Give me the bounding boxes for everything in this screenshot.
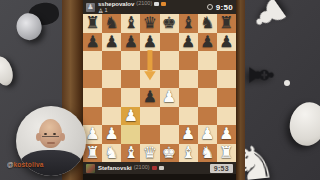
square-a4[interactable] [83, 88, 102, 107]
square-g8[interactable]: ♞ [198, 14, 217, 33]
square-b3[interactable] [102, 107, 121, 126]
square-g5[interactable] [198, 70, 217, 89]
white-pawn: ♟ [200, 126, 214, 142]
presenter-ear [60, 133, 65, 141]
square-c2[interactable] [121, 125, 140, 144]
video-frame: ♟ ♝ ♞ ♟ sshepovalov (2100) ♙ 1 [0, 0, 320, 180]
square-c6[interactable] [121, 51, 140, 70]
square-h1[interactable]: ♜ [217, 144, 236, 163]
square-e1[interactable]: ♚ [160, 144, 179, 163]
square-g2[interactable]: ♟ [198, 125, 217, 144]
square-h2[interactable]: ♟ [217, 125, 236, 144]
top-player-rating: (2100) [136, 1, 152, 7]
square-e2[interactable] [160, 125, 179, 144]
square-a7[interactable]: ♟ [83, 33, 102, 52]
square-d2[interactable] [140, 125, 159, 144]
square-a8[interactable]: ♜ [83, 14, 102, 33]
white-pawn: ♟ [162, 89, 176, 105]
captured-pawn-icon: ♙ [98, 8, 103, 14]
chess-app-column: ♟ sshepovalov (2100) ♙ 1 9:50 ♜♞♝♛♚♝♞♜♟♟… [83, 0, 236, 180]
black-rook: ♜ [85, 15, 99, 31]
square-g1[interactable]: ♞ [198, 144, 217, 163]
black-pawn: ♟ [219, 34, 233, 50]
black-pawn: ♟ [124, 34, 138, 50]
decor-white-piece-left [0, 54, 16, 88]
black-queen: ♛ [143, 15, 157, 31]
square-h8[interactable]: ♜ [217, 14, 236, 33]
square-b7[interactable]: ♟ [102, 33, 121, 52]
black-pawn: ♟ [181, 34, 195, 50]
square-f5[interactable] [179, 70, 198, 89]
badge-icon [159, 166, 164, 170]
top-player-name[interactable]: sshepovalov [98, 1, 134, 7]
white-bishop: ♝ [124, 145, 138, 161]
square-h4[interactable] [217, 88, 236, 107]
square-g3[interactable] [198, 107, 217, 126]
square-f8[interactable]: ♝ [179, 14, 198, 33]
white-pawn: ♟ [105, 126, 119, 142]
top-player-clock: 9:50 [216, 3, 233, 12]
white-queen: ♛ [143, 145, 157, 161]
bottom-player-rating: (2100) [134, 165, 150, 171]
square-d5[interactable] [140, 70, 159, 89]
square-e8[interactable]: ♚ [160, 14, 179, 33]
white-knight: ♞ [200, 145, 214, 161]
black-knight: ♞ [200, 15, 214, 31]
square-f1[interactable]: ♝ [179, 144, 198, 163]
square-c5[interactable] [121, 70, 140, 89]
white-pawn: ♟ [219, 126, 233, 142]
square-h6[interactable] [217, 51, 236, 70]
bottom-player-bar: Stefanovski (2100) 9:53 [83, 162, 236, 174]
decor-white-pawn-lying-top-right: ♟ [244, 0, 295, 40]
bottom-player-name[interactable]: Stefanovski [98, 165, 132, 171]
top-player-avatar[interactable]: ♟ [86, 3, 95, 12]
square-c4[interactable] [121, 88, 140, 107]
square-b6[interactable] [102, 51, 121, 70]
decor-black-bishop-lying-right: ♝ [244, 60, 278, 90]
square-e5[interactable] [160, 70, 179, 89]
square-g4[interactable] [198, 88, 217, 107]
square-a3[interactable] [83, 107, 102, 126]
white-pawn: ♟ [124, 108, 138, 124]
decor-black-bishop-tip [284, 80, 290, 86]
square-e4[interactable]: ♟ [160, 88, 179, 107]
top-player-bar: ♟ sshepovalov (2100) ♙ 1 9:50 [83, 0, 236, 14]
channel-handle: @kostoliva [7, 161, 44, 168]
presenter-mouth [47, 142, 55, 144]
black-pawn: ♟ [105, 34, 119, 50]
square-h3[interactable] [217, 107, 236, 126]
square-d6[interactable] [140, 51, 159, 70]
decor-white-piece-right [285, 98, 320, 149]
presenter-glasses [42, 132, 59, 137]
square-c8[interactable]: ♝ [121, 14, 140, 33]
square-e3[interactable] [160, 107, 179, 126]
black-bishop: ♝ [124, 15, 138, 31]
square-a1[interactable]: ♜ [83, 144, 102, 163]
presenter-ear [36, 133, 41, 141]
square-f3[interactable] [179, 107, 198, 126]
square-b4[interactable] [102, 88, 121, 107]
square-b8[interactable]: ♞ [102, 14, 121, 33]
chess-board[interactable]: ♜♞♝♛♚♝♞♜♟♟♟♟♟♟♟♟♟♟♟♟♟♟♟♜♞♝♛♚♝♞♜ [83, 14, 236, 162]
square-d8[interactable]: ♛ [140, 14, 159, 33]
white-pawn: ♟ [85, 126, 99, 142]
square-f6[interactable] [179, 51, 198, 70]
square-g6[interactable] [198, 51, 217, 70]
square-h5[interactable] [217, 70, 236, 89]
white-rook: ♜ [85, 145, 99, 161]
square-b5[interactable] [102, 70, 121, 89]
white-king: ♚ [162, 145, 176, 161]
handle-name: kostoliva [14, 161, 44, 168]
square-d4[interactable]: ♟ [140, 88, 159, 107]
square-e7[interactable] [160, 33, 179, 52]
square-b1[interactable]: ♞ [102, 144, 121, 163]
captured-count: 1 [104, 8, 107, 14]
square-h7[interactable]: ♟ [217, 33, 236, 52]
white-pawn: ♟ [181, 126, 195, 142]
square-f7[interactable]: ♟ [179, 33, 198, 52]
square-b2[interactable]: ♟ [102, 125, 121, 144]
bottom-player-clock: 9:53 [210, 164, 233, 173]
badge-icon [154, 2, 159, 6]
gear-icon[interactable] [207, 4, 213, 10]
white-rook: ♜ [219, 145, 233, 161]
white-bishop: ♝ [181, 145, 195, 161]
black-knight: ♞ [105, 15, 119, 31]
bottom-player-avatar[interactable] [86, 164, 95, 173]
square-d3[interactable] [140, 107, 159, 126]
square-d7[interactable]: ♟ [140, 33, 159, 52]
square-f4[interactable] [179, 88, 198, 107]
white-knight: ♞ [105, 145, 119, 161]
square-a6[interactable] [83, 51, 102, 70]
black-pawn: ♟ [200, 34, 214, 50]
black-king: ♚ [162, 15, 176, 31]
square-c7[interactable]: ♟ [121, 33, 140, 52]
black-pawn: ♟ [143, 34, 157, 50]
square-g7[interactable]: ♟ [198, 33, 217, 52]
black-pawn: ♟ [85, 34, 99, 50]
badge-icon [152, 166, 157, 170]
decor-black-piece-lying [11, 0, 62, 45]
badge-icon [161, 2, 166, 6]
square-a5[interactable] [83, 70, 102, 89]
black-pawn: ♟ [143, 89, 157, 105]
square-f2[interactable]: ♟ [179, 125, 198, 144]
black-rook: ♜ [219, 15, 233, 31]
square-e6[interactable] [160, 51, 179, 70]
square-c3[interactable]: ♟ [121, 107, 140, 126]
square-d1[interactable]: ♛ [140, 144, 159, 163]
square-c1[interactable]: ♝ [121, 144, 140, 163]
black-bishop: ♝ [181, 15, 195, 31]
wood-strip-right [236, 0, 245, 180]
